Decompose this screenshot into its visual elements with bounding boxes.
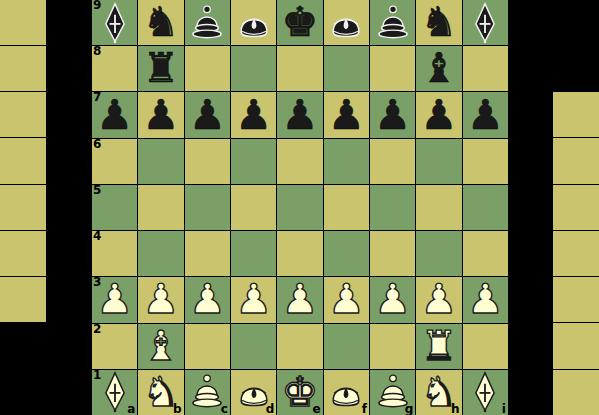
square-h3[interactable]: ♟ [416,277,461,322]
square-d7[interactable]: ♟ [231,92,276,137]
square-d9[interactable] [231,0,276,45]
square-i8[interactable] [463,46,508,91]
square-i6[interactable] [463,139,508,184]
square-f2[interactable] [324,324,369,369]
rank-label: 4 [93,230,101,243]
holding-cell[interactable] [553,231,599,276]
holding-cell[interactable] [553,92,599,137]
square-i5[interactable] [463,185,508,230]
square-e6[interactable] [277,139,322,184]
file-label: b [173,403,182,415]
captured-pieces-tray-right [553,92,599,415]
piece-black-pawn[interactable]: ♟ [185,92,230,137]
square-h6[interactable] [416,139,461,184]
square-d8[interactable] [231,46,276,91]
square-e9[interactable]: ♚ [277,0,322,45]
file-label: a [127,403,135,415]
square-h1[interactable]: h♞ [416,370,461,415]
holding-cell[interactable] [553,277,599,322]
piece-black-pawn[interactable]: ♟ [463,92,508,137]
file-label: c [221,403,228,415]
square-h8[interactable]: ♝ [416,46,461,91]
square-b6[interactable] [138,139,183,184]
piece-black-pawn[interactable]: ♟ [324,92,369,137]
file-label: h [451,403,460,415]
square-e7[interactable]: ♟ [277,92,322,137]
square-d6[interactable] [231,139,276,184]
square-e8[interactable] [277,46,322,91]
square-i9[interactable] [463,0,508,45]
square-f1[interactable]: f [324,370,369,415]
square-d1[interactable]: d [231,370,276,415]
square-c5[interactable] [185,185,230,230]
piece-black-lance[interactable] [463,0,508,45]
piece-white-pawn[interactable]: ♟ [138,277,183,322]
piece-white-pawn[interactable]: ♟ [463,277,508,322]
square-f5[interactable] [324,185,369,230]
square-i1[interactable]: i [463,370,508,415]
file-label: f [362,403,367,415]
square-c9[interactable] [185,0,230,45]
square-b8[interactable]: ♜ [138,46,183,91]
square-d5[interactable] [231,185,276,230]
square-b9[interactable]: ♞ [138,0,183,45]
square-a4[interactable]: 4 [92,231,137,276]
piece-white-pawn[interactable]: ♟ [231,277,276,322]
square-g2[interactable] [370,324,415,369]
piece-black-gold-general[interactable] [231,0,276,45]
rank-label: 8 [93,45,101,58]
holding-cell[interactable] [553,138,599,183]
piece-black-pawn[interactable]: ♟ [231,92,276,137]
piece-white-pawn[interactable]: ♟ [370,277,415,322]
square-i4[interactable] [463,231,508,276]
piece-black-pawn[interactable]: ♟ [138,92,183,137]
piece-white-pawn[interactable]: ♟ [185,277,230,322]
holding-cell[interactable] [553,185,599,230]
file-label: e [313,403,321,415]
piece-black-bishop[interactable]: ♝ [416,46,461,91]
file-label: d [266,403,275,415]
piece-black-knight[interactable]: ♞ [138,0,183,45]
square-e3[interactable]: ♟ [277,277,322,322]
square-d4[interactable] [231,231,276,276]
square-f8[interactable] [324,46,369,91]
square-e5[interactable] [277,185,322,230]
square-g6[interactable] [370,139,415,184]
rank-label: 1 [93,369,101,382]
square-f9[interactable] [324,0,369,45]
square-b7[interactable]: ♟ [138,92,183,137]
square-i3[interactable]: ♟ [463,277,508,322]
piece-white-pawn[interactable]: ♟ [277,277,322,322]
square-e2[interactable] [277,324,322,369]
square-c1[interactable]: c [185,370,230,415]
holding-cell[interactable] [0,46,46,91]
rank-label: 6 [93,138,101,151]
piece-black-gold-general[interactable] [324,0,369,45]
square-a8[interactable]: 8 [92,46,137,91]
square-g7[interactable]: ♟ [370,92,415,137]
square-a6[interactable]: 6 [92,139,137,184]
square-h4[interactable] [416,231,461,276]
holding-cell[interactable] [0,0,46,45]
piece-black-silver-general[interactable] [185,0,230,45]
square-f4[interactable] [324,231,369,276]
holding-cell[interactable] [0,92,46,137]
square-c6[interactable] [185,139,230,184]
square-f6[interactable] [324,139,369,184]
holding-cell[interactable] [0,138,46,183]
file-label: i [502,403,506,415]
square-a7[interactable]: 7♟ [92,92,137,137]
holding-cell[interactable] [0,231,46,276]
square-g3[interactable]: ♟ [370,277,415,322]
square-c2[interactable] [185,324,230,369]
square-g5[interactable] [370,185,415,230]
square-g8[interactable] [370,46,415,91]
square-b2[interactable]: ♝ [138,324,183,369]
square-d3[interactable]: ♟ [231,277,276,322]
square-a9[interactable]: 9 [92,0,137,45]
square-g1[interactable]: g [370,370,415,415]
piece-black-silver-general[interactable] [370,0,415,45]
square-a3[interactable]: 3♟ [92,277,137,322]
shogi-board: 9♞♚♞8♜♝7♟♟♟♟♟♟♟♟♟6543♟♟♟♟♟♟♟♟♟2♝♜1ab♞cde… [92,0,508,415]
piece-black-king[interactable]: ♚ [277,0,322,45]
square-h7[interactable]: ♟ [416,92,461,137]
rank-label: 3 [93,276,101,289]
square-i7[interactable]: ♟ [463,92,508,137]
square-e4[interactable] [277,231,322,276]
square-i2[interactable] [463,324,508,369]
square-a1[interactable]: 1a [92,370,137,415]
rank-label: 5 [93,184,101,197]
square-c8[interactable] [185,46,230,91]
piece-white-pawn[interactable]: ♟ [416,277,461,322]
square-b5[interactable] [138,185,183,230]
captured-pieces-tray-left [0,0,46,322]
piece-black-rook[interactable]: ♜ [138,46,183,91]
piece-white-rook[interactable]: ♜ [416,324,461,369]
square-f3[interactable]: ♟ [324,277,369,322]
piece-black-pawn[interactable]: ♟ [370,92,415,137]
rank-label: 2 [93,323,101,336]
square-h5[interactable] [416,185,461,230]
square-c3[interactable]: ♟ [185,277,230,322]
square-d2[interactable] [231,324,276,369]
rank-label: 7 [93,91,101,104]
square-c4[interactable] [185,231,230,276]
piece-black-knight[interactable]: ♞ [416,0,461,45]
piece-white-bishop[interactable]: ♝ [138,324,183,369]
square-g4[interactable] [370,231,415,276]
square-b4[interactable] [138,231,183,276]
holding-cell[interactable] [0,185,46,230]
square-e1[interactable]: e♚ [277,370,322,415]
square-b1[interactable]: b♞ [138,370,183,415]
holding-cell[interactable] [0,277,46,322]
square-g9[interactable] [370,0,415,45]
square-a2[interactable]: 2 [92,324,137,369]
rank-label: 9 [93,0,101,12]
file-label: g [405,403,414,415]
square-c7[interactable]: ♟ [185,92,230,137]
piece-white-pawn[interactable]: ♟ [324,277,369,322]
holding-cell[interactable] [553,323,599,368]
piece-black-pawn[interactable]: ♟ [416,92,461,137]
square-b3[interactable]: ♟ [138,277,183,322]
square-f7[interactable]: ♟ [324,92,369,137]
square-a5[interactable]: 5 [92,185,137,230]
shogi-game-window: 9♞♚♞8♜♝7♟♟♟♟♟♟♟♟♟6543♟♟♟♟♟♟♟♟♟2♝♜1ab♞cde… [0,0,599,415]
square-h2[interactable]: ♜ [416,324,461,369]
piece-black-pawn[interactable]: ♟ [277,92,322,137]
holding-cell[interactable] [553,370,599,415]
square-h9[interactable]: ♞ [416,0,461,45]
